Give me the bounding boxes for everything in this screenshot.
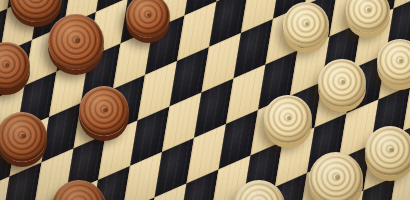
checker-piece-brown[interactable]	[0, 112, 47, 162]
checker-piece-brown[interactable]	[10, 0, 62, 22]
checker-piece-cream[interactable]	[365, 126, 410, 176]
checker-piece-cream[interactable]	[233, 180, 285, 200]
checker-piece-cream[interactable]	[377, 39, 410, 85]
checker-piece-brown[interactable]	[0, 42, 30, 90]
checker-piece-brown[interactable]	[126, 0, 170, 38]
checkers-board-photo: checkers	[0, 0, 410, 200]
checker-piece-cream[interactable]	[318, 59, 366, 107]
checker-piece-cream[interactable]	[283, 2, 329, 48]
checker-piece-brown[interactable]	[48, 14, 104, 70]
pieces-layer	[0, 0, 410, 200]
checker-piece-cream[interactable]	[309, 152, 363, 200]
checker-piece-brown[interactable]	[52, 180, 106, 200]
checker-piece-cream[interactable]	[264, 95, 312, 143]
checker-piece-cream[interactable]	[346, 0, 390, 33]
checker-piece-brown[interactable]	[79, 86, 129, 136]
